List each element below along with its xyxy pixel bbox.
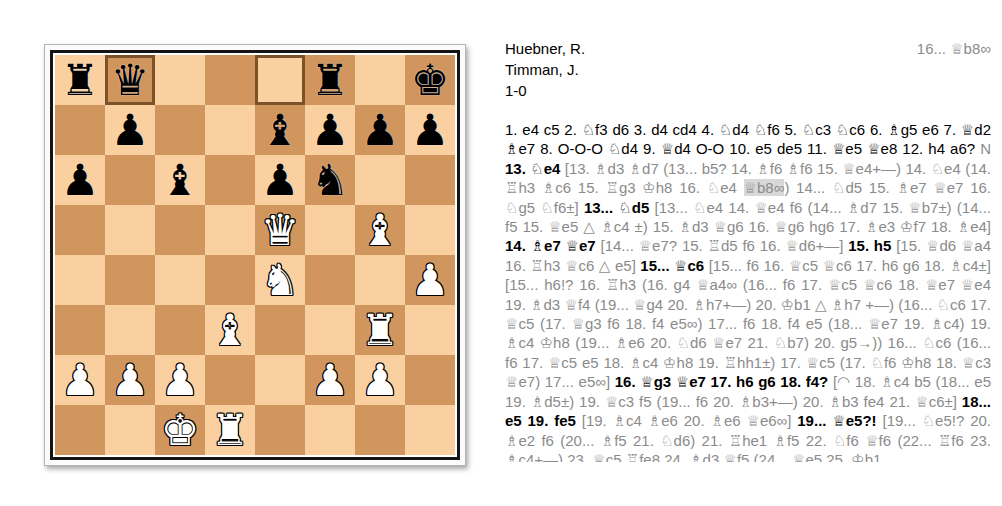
square-f5[interactable] [305, 205, 355, 255]
square-a7[interactable] [55, 105, 105, 155]
square-c8[interactable] [155, 55, 205, 105]
white-knight-e4: ♞ [261, 255, 300, 305]
square-c7[interactable] [155, 105, 205, 155]
square-b1[interactable] [105, 405, 155, 455]
square-f3[interactable] [305, 305, 355, 355]
mainline-segment[interactable]: 14. ♗e7 ♕e7 [505, 237, 600, 254]
square-a1[interactable] [55, 405, 105, 455]
square-e1[interactable] [255, 405, 305, 455]
square-c1[interactable]: ♚ [155, 405, 205, 455]
square-g8[interactable] [355, 55, 405, 105]
white-king-c1: ♚ [161, 405, 200, 455]
square-b8[interactable]: ♛ [105, 55, 155, 105]
square-c4[interactable] [155, 255, 205, 305]
mainline-segment[interactable]: 16. ♕g3 ♕e7 17. h6 g6 18. f4? [615, 373, 833, 390]
white-pawn-f2: ♟ [311, 355, 350, 405]
black-queen-b8: ♛ [111, 55, 150, 105]
black-bishop-c6: ♝ [161, 155, 200, 205]
black-pawn-b7: ♟ [111, 105, 150, 155]
moves-notation: 1. e4 c5 2. ♘f3 d6 3. d4 cd4 4. ♘d4 ♘f6 … [505, 120, 991, 462]
square-f6[interactable]: ♞ [305, 155, 355, 205]
variation-segment[interactable]: N [980, 140, 991, 157]
black-pawn-f7: ♟ [311, 105, 350, 155]
black-pawn-e6: ♟ [261, 155, 300, 205]
square-a2[interactable]: ♟ [55, 355, 105, 405]
mainline-segment[interactable]: 15... ♕c6 [640, 257, 708, 274]
square-h3[interactable] [405, 305, 455, 355]
square-g3[interactable]: ♜ [355, 305, 405, 355]
current-move-highlighted[interactable]: ♕b8∞ [744, 179, 785, 196]
square-g5[interactable]: ♝ [355, 205, 405, 255]
square-d7[interactable] [205, 105, 255, 155]
square-g7[interactable]: ♟ [355, 105, 405, 155]
white-bishop-g5: ♝ [361, 205, 400, 255]
square-c5[interactable] [155, 205, 205, 255]
square-c3[interactable] [155, 305, 205, 355]
mainline-segment[interactable]: 13. ♘e4 [505, 160, 565, 177]
current-move-label[interactable]: 16... ♕b8∞ [917, 38, 991, 59]
chess-board: ♜♛♜♚♟♝♟♟♟♟♝♟♞♛♝♞♟♝♜♟♟♟♟♟♚♜ [44, 44, 466, 466]
square-h5[interactable] [405, 205, 455, 255]
square-f2[interactable]: ♟ [305, 355, 355, 405]
square-b5[interactable] [105, 205, 155, 255]
square-b2[interactable]: ♟ [105, 355, 155, 405]
square-f1[interactable] [305, 405, 355, 455]
white-pawn-a2: ♟ [61, 355, 100, 405]
square-g4[interactable] [355, 255, 405, 305]
white-rook-d1: ♜ [211, 405, 250, 455]
square-e7[interactable]: ♝ [255, 105, 305, 155]
square-e2[interactable] [255, 355, 305, 405]
white-player-name: Huebner, R. [505, 38, 585, 59]
mainline-segment[interactable]: 13... ♘d5 [584, 199, 655, 216]
square-a5[interactable] [55, 205, 105, 255]
black-king-h8: ♚ [411, 55, 450, 105]
square-f8[interactable]: ♜ [305, 55, 355, 105]
square-c2[interactable]: ♟ [155, 355, 205, 405]
black-pawn-g7: ♟ [361, 105, 400, 155]
white-bishop-d3: ♝ [211, 305, 250, 355]
square-d3[interactable]: ♝ [205, 305, 255, 355]
square-g6[interactable] [355, 155, 405, 205]
square-h2[interactable] [405, 355, 455, 405]
notation-pane: Huebner, R. 16... ♕b8∞ Timman, J. 1-0 1.… [505, 38, 991, 462]
mainline-segment[interactable]: 1. e4 c5 2. ♘f3 d6 3. d4 cd4 4. ♘d4 ♘f6 … [505, 121, 991, 157]
white-pawn-c2: ♟ [161, 355, 200, 405]
square-h6[interactable] [405, 155, 455, 205]
square-d1[interactable]: ♜ [205, 405, 255, 455]
square-d6[interactable] [205, 155, 255, 205]
square-b6[interactable] [105, 155, 155, 205]
square-d8[interactable] [205, 55, 255, 105]
white-rook-g3: ♜ [361, 305, 400, 355]
square-b3[interactable] [105, 305, 155, 355]
square-c6[interactable]: ♝ [155, 155, 205, 205]
variation-segment[interactable]: [19. ♗c4 ♗e6 20. ♗e6 ♕e6∞] [582, 412, 798, 429]
variation-segment[interactable]: [15... f6 16. ♕c5 ♕c6 17. h6 g6 18. ♗c4±… [505, 257, 991, 390]
square-b4[interactable] [105, 255, 155, 305]
square-a3[interactable] [55, 305, 105, 355]
black-pawn-h7: ♟ [411, 105, 450, 155]
square-d5[interactable] [205, 205, 255, 255]
square-e4[interactable]: ♞ [255, 255, 305, 305]
square-h7[interactable]: ♟ [405, 105, 455, 155]
black-pawn-a6: ♟ [61, 155, 100, 205]
black-rook-a8: ♜ [61, 55, 100, 105]
square-e5[interactable]: ♛ [255, 205, 305, 255]
black-player-name: Timman, J. [505, 59, 991, 80]
black-knight-f6: ♞ [311, 155, 350, 205]
board-squares: ♜♛♜♚♟♝♟♟♟♟♝♟♞♛♝♞♟♝♜♟♟♟♟♟♚♜ [55, 55, 455, 455]
white-pawn-b2: ♟ [111, 355, 150, 405]
square-a8[interactable]: ♜ [55, 55, 105, 105]
square-f4[interactable] [305, 255, 355, 305]
variation-segment[interactable]: [14... ♕e7? 15. ♖d5 f6 16. ♕d6+—] [600, 237, 848, 254]
square-a4[interactable] [55, 255, 105, 305]
white-queen-e5: ♛ [261, 205, 300, 255]
square-g2[interactable]: ♟ [355, 355, 405, 405]
game-header: Huebner, R. 16... ♕b8∞ [505, 38, 991, 59]
white-pawn-h4: ♟ [411, 255, 450, 305]
square-h8[interactable]: ♚ [405, 55, 455, 105]
black-rook-f8: ♜ [311, 55, 350, 105]
square-d2[interactable] [205, 355, 255, 405]
square-d4[interactable] [205, 255, 255, 305]
square-f7[interactable]: ♟ [305, 105, 355, 155]
square-h4[interactable]: ♟ [405, 255, 455, 305]
black-bishop-e7: ♝ [261, 105, 300, 155]
square-a6[interactable]: ♟ [55, 155, 105, 205]
square-e8[interactable] [255, 55, 305, 105]
square-g1[interactable] [355, 405, 405, 455]
board-frame: ♜♛♜♚♟♝♟♟♟♟♝♟♞♛♝♞♟♝♜♟♟♟♟♟♚♜ [50, 50, 460, 460]
mainline-segment[interactable]: 19... ♕e5?! [797, 412, 882, 429]
white-pawn-g2: ♟ [361, 355, 400, 405]
square-b7[interactable]: ♟ [105, 105, 155, 155]
game-result: 1-0 [505, 80, 991, 101]
mainline-segment[interactable]: 15. h5 [848, 237, 896, 254]
square-e6[interactable]: ♟ [255, 155, 305, 205]
square-e3[interactable] [255, 305, 305, 355]
square-h1[interactable] [405, 405, 455, 455]
